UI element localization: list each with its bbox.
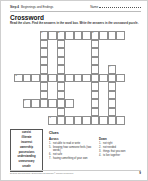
clue-number: 6 xyxy=(24,100,26,103)
clue-item-text: not able to read or write xyxy=(53,142,80,145)
grid-cell[interactable] xyxy=(65,31,74,40)
grid-cell[interactable] xyxy=(116,116,125,125)
grid-cell[interactable] xyxy=(57,40,66,49)
grid-cell[interactable] xyxy=(57,48,66,57)
clue-number: 7 xyxy=(49,117,51,120)
clue-number: 3 xyxy=(92,32,94,35)
word-box-word: coexist xyxy=(22,132,31,135)
clue-item: 1.not right xyxy=(99,142,143,145)
worksheet-page: Step 4 Beginnings and Endings Name Cross… xyxy=(0,0,148,181)
grid-cell[interactable] xyxy=(48,74,57,83)
down-clues-column: Down 1.not right2.not needed3.things tha… xyxy=(99,137,143,162)
grid-cell[interactable] xyxy=(31,74,40,83)
grid-cell[interactable] xyxy=(40,48,49,57)
grid-cell[interactable] xyxy=(74,74,83,83)
grid-cell[interactable] xyxy=(40,57,49,66)
word-box-word: possessions xyxy=(19,152,35,155)
page-title: Crossword xyxy=(10,14,44,21)
grid-cell[interactable] xyxy=(108,99,117,108)
word-box-word: unnecessary xyxy=(19,161,35,164)
clue-item: 1.not able to read or write xyxy=(49,142,93,145)
page-number: 9 xyxy=(139,172,141,174)
clue-item: 7.having something of your own xyxy=(49,157,93,160)
footer-rule xyxy=(10,170,141,171)
grid-cell[interactable] xyxy=(91,91,100,100)
grid-cell[interactable]: 4 xyxy=(108,65,117,74)
grid-cell[interactable] xyxy=(108,91,117,100)
word-box-word: illiterate xyxy=(22,137,32,140)
grid-cell[interactable] xyxy=(108,74,117,83)
grid-cell[interactable] xyxy=(99,116,108,125)
instructions-text: Read the clues. Find the answers in the … xyxy=(10,22,141,25)
clue-item: 3.things that you own xyxy=(99,150,143,153)
down-clue-list: 1.not right2.not needed3.things that you… xyxy=(99,142,143,158)
clue-number: 2 xyxy=(58,32,60,35)
grid-cell[interactable]: 1 xyxy=(40,31,49,40)
word-box-word: ownership xyxy=(20,147,33,150)
clues-heading: Clues xyxy=(49,131,143,135)
grid-cell[interactable] xyxy=(108,108,117,117)
grid-cell[interactable] xyxy=(31,99,40,108)
grid-cell[interactable] xyxy=(91,108,100,117)
grid-cell[interactable] xyxy=(40,65,49,74)
grid-cell[interactable] xyxy=(91,65,100,74)
grid-cell[interactable] xyxy=(57,82,66,91)
grid-cell[interactable] xyxy=(91,74,100,83)
clue-item-text: not needed xyxy=(103,146,116,149)
grid-cell[interactable] xyxy=(57,65,66,74)
grid-cell[interactable] xyxy=(91,48,100,57)
down-heading: Down xyxy=(99,137,143,141)
clue-item-text: to live together xyxy=(103,154,120,157)
clues-section: Clues Across 1.not able to read or write… xyxy=(49,131,143,161)
grid-cell[interactable] xyxy=(91,99,100,108)
word-box-word: unsafe xyxy=(22,166,30,169)
clue-item: 5.knowing how someone feels (two words) xyxy=(49,146,93,152)
clue-item-text: having something of your own xyxy=(53,157,87,160)
copyright-text: Building Spelling Skills • Beginnings an… xyxy=(10,172,73,174)
grid-cell[interactable] xyxy=(91,82,100,91)
grid-cell[interactable] xyxy=(108,31,117,40)
clue-item-text: not safe xyxy=(53,153,62,156)
clue-item-text: knowing how someone feels (two words) xyxy=(53,146,93,152)
grid-cell[interactable] xyxy=(91,116,100,125)
grid-cell[interactable] xyxy=(48,99,57,108)
page-footer: Building Spelling Skills • Beginnings an… xyxy=(10,172,141,174)
grid-cell[interactable] xyxy=(40,40,49,49)
grid-cell[interactable] xyxy=(57,108,66,117)
grid-cell[interactable] xyxy=(108,116,117,125)
grid-cell[interactable] xyxy=(74,116,83,125)
clue-item: 2.not needed xyxy=(99,146,143,149)
grid-cell[interactable] xyxy=(57,91,66,100)
word-box-word: understanding xyxy=(17,156,35,159)
grid-cell[interactable]: 2 xyxy=(57,31,66,40)
grid-cell[interactable] xyxy=(40,91,49,100)
across-clues-column: Across 1.not able to read or write5.know… xyxy=(49,137,93,162)
clue-number: 4 xyxy=(109,66,111,69)
grid-cell[interactable] xyxy=(65,116,74,125)
grid-cell[interactable] xyxy=(40,74,49,83)
clue-item-text: not right xyxy=(103,142,112,145)
across-clue-list: 1.not able to read or write5.knowing how… xyxy=(49,142,93,161)
clue-item: 6.not safe xyxy=(49,153,93,156)
grid-cell[interactable]: 5 xyxy=(14,74,23,83)
grid-cell[interactable] xyxy=(57,57,66,66)
grid-cell[interactable] xyxy=(40,99,49,108)
word-box: coexistilliterateincorrectownershipposse… xyxy=(10,129,43,172)
grid-cell[interactable] xyxy=(57,99,66,108)
grid-cell[interactable] xyxy=(74,31,83,40)
grid-cell[interactable]: 6 xyxy=(23,99,32,108)
grid-cell[interactable] xyxy=(82,74,91,83)
clue-number: 5 xyxy=(15,75,17,78)
grid-cell[interactable] xyxy=(91,57,100,66)
grid-cell[interactable] xyxy=(116,31,125,40)
across-heading: Across xyxy=(49,137,93,141)
grid-cell[interactable] xyxy=(65,99,74,108)
name-entry-line[interactable] xyxy=(99,5,141,8)
grid-cell[interactable] xyxy=(23,74,32,83)
grid-cell[interactable] xyxy=(40,82,49,91)
grid-cell[interactable]: 3 xyxy=(91,31,100,40)
grid-cell[interactable] xyxy=(65,74,74,83)
grid-cell[interactable] xyxy=(99,74,108,83)
grid-cell[interactable] xyxy=(82,31,91,40)
word-box-word: incorrect xyxy=(21,142,32,145)
grid-cell[interactable] xyxy=(108,82,117,91)
name-label-text: Name xyxy=(90,5,98,9)
clue-number: 1 xyxy=(41,32,43,35)
grid-cell[interactable] xyxy=(116,74,125,83)
grid-cell[interactable] xyxy=(57,116,66,125)
header-rule xyxy=(10,11,141,12)
grid-cell[interactable]: 7 xyxy=(48,116,57,125)
clue-item-text: things that you own xyxy=(103,150,125,153)
grid-cell[interactable] xyxy=(48,31,57,40)
clue-item: 4.to live together xyxy=(99,154,143,157)
grid-cell[interactable] xyxy=(82,116,91,125)
grid-cell[interactable] xyxy=(57,74,66,83)
grid-cell[interactable] xyxy=(99,31,108,40)
grid-cell[interactable] xyxy=(91,40,100,49)
